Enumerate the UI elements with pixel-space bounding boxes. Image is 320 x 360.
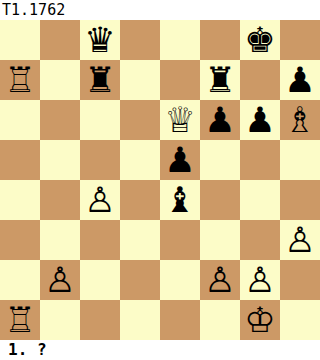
- square-d5[interactable]: [120, 140, 160, 180]
- white-bishop-icon: ♗: [284, 100, 315, 140]
- header-bar: T1.1762: [0, 0, 320, 20]
- square-g3[interactable]: [240, 220, 280, 260]
- white-rook-icon: ♖: [4, 300, 35, 340]
- black-pawn-icon: ♟: [284, 60, 315, 100]
- white-pawn-icon: ♙: [284, 220, 315, 260]
- square-a1[interactable]: ♖: [0, 300, 40, 340]
- square-f4[interactable]: [200, 180, 240, 220]
- square-f1[interactable]: [200, 300, 240, 340]
- footer-bar: 1. ?: [0, 340, 320, 360]
- black-pawn-icon: ♟: [164, 140, 195, 180]
- square-d7[interactable]: [120, 60, 160, 100]
- square-h4[interactable]: [280, 180, 320, 220]
- square-d2[interactable]: [120, 260, 160, 300]
- white-queen-icon: ♕: [164, 100, 195, 140]
- square-g7[interactable]: [240, 60, 280, 100]
- square-e7[interactable]: [160, 60, 200, 100]
- square-a4[interactable]: [0, 180, 40, 220]
- square-f6[interactable]: ♟: [200, 100, 240, 140]
- square-b1[interactable]: [40, 300, 80, 340]
- square-h8[interactable]: [280, 20, 320, 60]
- black-rook-icon: ♜: [84, 60, 115, 100]
- square-d3[interactable]: [120, 220, 160, 260]
- square-d8[interactable]: [120, 20, 160, 60]
- square-e1[interactable]: [160, 300, 200, 340]
- square-h1[interactable]: [280, 300, 320, 340]
- black-rook-icon: ♜: [204, 60, 235, 100]
- square-d4[interactable]: [120, 180, 160, 220]
- square-b6[interactable]: [40, 100, 80, 140]
- square-c5[interactable]: [80, 140, 120, 180]
- square-e5[interactable]: ♟: [160, 140, 200, 180]
- square-f5[interactable]: [200, 140, 240, 180]
- square-f2[interactable]: ♙: [200, 260, 240, 300]
- square-h2[interactable]: [280, 260, 320, 300]
- square-c3[interactable]: [80, 220, 120, 260]
- square-d6[interactable]: [120, 100, 160, 140]
- chess-puzzle-page: T1.1762 ♛♚♖♜♜♟♕♟♟♗♟♙♝♙♙♙♙♖♔ 1. ?: [0, 0, 320, 360]
- square-d1[interactable]: [120, 300, 160, 340]
- square-e6[interactable]: ♕: [160, 100, 200, 140]
- square-e3[interactable]: [160, 220, 200, 260]
- black-bishop-icon: ♝: [164, 180, 195, 220]
- chess-board: ♛♚♖♜♜♟♕♟♟♗♟♙♝♙♙♙♙♖♔: [0, 20, 320, 340]
- square-f3[interactable]: [200, 220, 240, 260]
- square-g1[interactable]: ♔: [240, 300, 280, 340]
- square-c1[interactable]: [80, 300, 120, 340]
- square-g5[interactable]: [240, 140, 280, 180]
- square-f7[interactable]: ♜: [200, 60, 240, 100]
- square-b5[interactable]: [40, 140, 80, 180]
- square-a6[interactable]: [0, 100, 40, 140]
- square-b2[interactable]: ♙: [40, 260, 80, 300]
- square-c6[interactable]: [80, 100, 120, 140]
- square-g6[interactable]: ♟: [240, 100, 280, 140]
- square-h7[interactable]: ♟: [280, 60, 320, 100]
- move-prompt: 1. ?: [8, 340, 47, 360]
- square-a2[interactable]: [0, 260, 40, 300]
- square-a3[interactable]: [0, 220, 40, 260]
- white-king-icon: ♔: [244, 300, 275, 340]
- square-g4[interactable]: [240, 180, 280, 220]
- puzzle-title: T1.1762: [2, 0, 65, 20]
- white-pawn-icon: ♙: [204, 260, 235, 300]
- square-b8[interactable]: [40, 20, 80, 60]
- white-pawn-icon: ♙: [244, 260, 275, 300]
- square-g2[interactable]: ♙: [240, 260, 280, 300]
- square-e8[interactable]: [160, 20, 200, 60]
- square-c4[interactable]: ♙: [80, 180, 120, 220]
- square-b4[interactable]: [40, 180, 80, 220]
- square-b3[interactable]: [40, 220, 80, 260]
- black-pawn-icon: ♟: [244, 100, 275, 140]
- square-a8[interactable]: [0, 20, 40, 60]
- black-pawn-icon: ♟: [204, 100, 235, 140]
- square-h6[interactable]: ♗: [280, 100, 320, 140]
- square-b7[interactable]: [40, 60, 80, 100]
- white-rook-icon: ♖: [4, 60, 35, 100]
- square-h3[interactable]: ♙: [280, 220, 320, 260]
- square-e4[interactable]: ♝: [160, 180, 200, 220]
- white-pawn-icon: ♙: [44, 260, 75, 300]
- square-c2[interactable]: [80, 260, 120, 300]
- square-e2[interactable]: [160, 260, 200, 300]
- black-queen-icon: ♛: [84, 20, 115, 60]
- square-f8[interactable]: [200, 20, 240, 60]
- square-a7[interactable]: ♖: [0, 60, 40, 100]
- white-pawn-icon: ♙: [84, 180, 115, 220]
- black-king-icon: ♚: [244, 20, 275, 60]
- square-g8[interactable]: ♚: [240, 20, 280, 60]
- square-h5[interactable]: [280, 140, 320, 180]
- square-a5[interactable]: [0, 140, 40, 180]
- square-c7[interactable]: ♜: [80, 60, 120, 100]
- square-c8[interactable]: ♛: [80, 20, 120, 60]
